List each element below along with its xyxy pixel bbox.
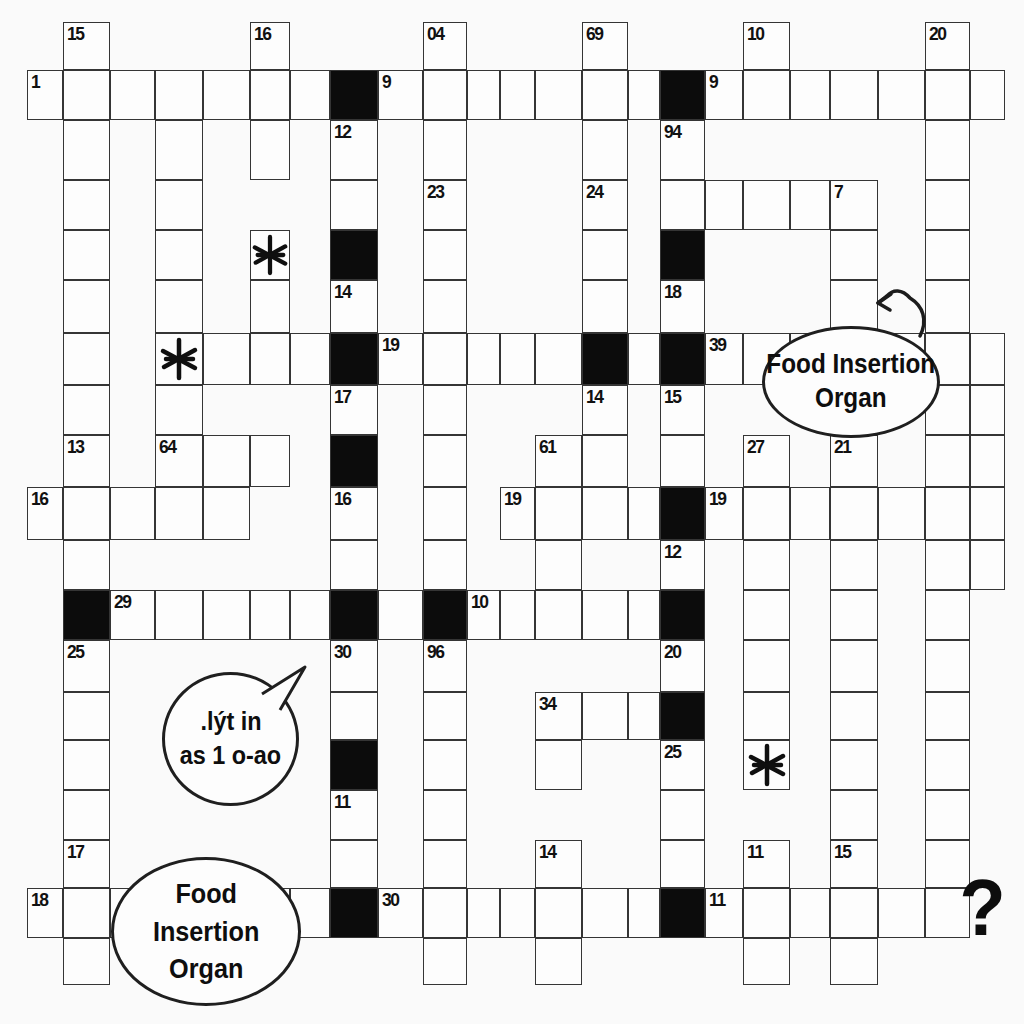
grid-cell[interactable] [743,692,790,740]
grid-cell[interactable] [63,790,110,840]
grid-cell[interactable] [878,70,925,120]
clue-number: 20 [664,641,681,663]
asterisk-doodle-icon [251,231,289,279]
grid-cell[interactable] [290,333,330,385]
bubble-text-line: as 1 o-ao [180,739,281,773]
grid-cell[interactable] [628,333,660,385]
grid-cell[interactable] [582,435,628,487]
grid-cell[interactable] [628,692,660,740]
clue-number: 11 [747,841,763,863]
grid-cell[interactable]: 14 [582,385,628,435]
grid-cell[interactable] [423,938,467,985]
black-cell [330,435,378,487]
grid-cell[interactable] [925,590,970,640]
grid-cell[interactable] [63,540,110,590]
grid-cell[interactable]: 11 [330,790,378,840]
grid-cell[interactable] [878,888,925,938]
grid-cell[interactable]: 04 [423,22,467,70]
clue-number: 16 [31,488,48,510]
grid-cell[interactable] [330,540,378,590]
grid-cell[interactable]: 19 [378,333,423,385]
clue-number: 17 [67,841,84,863]
grid-cell[interactable]: 20 [925,22,970,70]
grid-cell[interactable] [203,590,250,640]
grid-cell[interactable] [582,692,628,740]
clue-number: 17 [334,386,351,408]
grid-cell[interactable] [660,435,705,487]
grid-cell[interactable]: 13 [63,435,110,487]
black-cell [63,590,110,640]
grid-cell[interactable] [582,487,628,540]
grid-cell[interactable] [878,487,925,540]
grid-cell[interactable] [628,888,660,938]
grid-cell[interactable] [925,120,970,180]
asterisk-doodle-icon [156,334,202,384]
black-cell [330,70,378,120]
grid-cell[interactable]: 64 [155,435,203,487]
grid-cell[interactable]: 69 [582,22,628,70]
grid-cell[interactable] [155,385,203,435]
bubble-text-line: Organ [815,382,887,416]
grid-cell[interactable] [830,938,878,985]
clue-number: 04 [427,23,444,45]
grid-cell[interactable] [660,840,705,888]
clue-number: 15 [834,841,851,863]
grid-cell[interactable]: 12 [660,540,705,590]
grid-cell[interactable] [830,790,878,840]
grid-cell[interactable] [925,70,970,120]
grid-cell[interactable] [203,333,250,385]
clue-number: 16 [254,23,271,45]
grid-cell[interactable] [63,70,110,120]
grid-cell[interactable] [500,590,535,640]
grid-cell[interactable]: 39 [705,333,743,385]
grid-cell[interactable] [925,790,970,840]
clue-number: 21 [834,436,851,458]
grid-cell[interactable] [63,740,110,790]
grid-cell[interactable] [582,70,628,120]
grid-cell[interactable] [250,590,290,640]
grid-cell[interactable] [743,487,790,540]
grid-cell[interactable]: 19 [500,487,535,540]
grid-cell[interactable] [423,280,467,333]
clue-number: 30 [382,889,399,911]
clue-number: 24 [586,181,603,203]
grid-cell[interactable] [423,692,467,740]
grid-cell[interactable] [63,333,110,385]
grid-cell[interactable] [830,740,878,790]
grid-cell[interactable] [290,590,330,640]
grid-cell[interactable] [155,120,203,180]
clue-number: 11 [709,889,725,911]
grid-cell[interactable] [423,487,467,540]
grid-cell[interactable] [925,487,970,540]
grid-cell[interactable] [790,70,830,120]
grid-cell[interactable] [203,70,250,120]
grid-cell[interactable] [535,740,582,790]
grid-cell[interactable]: 14 [535,840,582,888]
clue-number: 23 [427,181,444,203]
grid-cell[interactable] [925,180,970,230]
clue-number: 25 [664,741,681,763]
grid-cell[interactable] [790,888,830,938]
grid-cell[interactable] [423,790,467,840]
grid-cell[interactable] [925,540,970,590]
grid-cell[interactable] [743,590,790,640]
clue-number: 25 [67,641,84,663]
ellipse-bubble-food-insertion-organ: Food Insertion Organ [111,857,301,1006]
grid-cell[interactable] [970,435,1005,487]
clue-number: 15 [664,386,681,408]
clue-number: 20 [929,23,946,45]
grid-cell[interactable]: 16 [27,487,63,540]
black-cell [660,333,705,385]
clue-number: 27 [747,436,764,458]
grid-cell[interactable] [63,385,110,435]
grid-cell[interactable] [155,333,203,385]
grid-cell[interactable] [63,888,110,938]
grid-cell[interactable] [628,590,660,640]
grid-cell[interactable]: 7 [830,180,878,230]
question-mark: ? [959,868,1005,948]
clue-number: 9 [709,71,717,93]
grid-cell[interactable] [500,333,535,385]
grid-cell[interactable] [250,230,290,280]
grid-cell[interactable]: 20 [660,640,705,692]
grid-cell[interactable] [660,790,705,840]
clue-number: 7 [834,181,842,203]
grid-cell[interactable]: 14 [330,280,378,333]
grid-cell[interactable] [743,180,790,230]
grid-cell[interactable]: 61 [535,435,582,487]
clue-number: 15 [67,23,84,45]
grid-cell[interactable] [423,120,467,180]
clue-number: 14 [586,386,603,408]
clue-number: 12 [664,541,681,563]
grid-cell[interactable] [925,230,970,280]
clue-number: 29 [114,591,131,613]
grid-cell[interactable] [155,280,203,333]
clue-number: 19 [709,488,726,510]
grid-cell[interactable] [423,70,467,120]
grid-cell[interactable] [830,487,878,540]
grid-cell[interactable]: 1 [27,70,63,120]
grid-cell[interactable]: 34 [535,692,582,740]
clue-number: 1 [31,71,39,93]
grid-cell[interactable] [705,180,743,230]
clue-number: 10 [471,591,488,613]
grid-cell[interactable] [250,333,290,385]
grid-cell[interactable] [63,487,110,540]
grid-cell[interactable]: 15 [830,840,878,888]
grid-cell[interactable] [970,540,1005,590]
grid-cell[interactable]: 15 [63,22,110,70]
grid-cell[interactable] [63,180,110,230]
grid-cell[interactable]: 17 [330,385,378,435]
clue-number: 64 [159,436,176,458]
clue-number: 96 [427,641,444,663]
grid-cell[interactable]: 30 [330,640,378,692]
grid-cell[interactable]: 21 [830,435,878,487]
grid-cell[interactable] [743,640,790,692]
clue-number: 16 [334,488,351,510]
grid-cell[interactable] [830,640,878,692]
clue-number: 34 [539,693,556,715]
grid-cell[interactable]: 94 [660,120,705,180]
black-cell [660,70,705,120]
grid-cell[interactable]: 29 [110,590,155,640]
grid-cell[interactable] [250,70,290,120]
grid-cell[interactable]: 18 [660,280,705,333]
grid-cell[interactable] [582,280,628,333]
grid-cell[interactable] [467,333,500,385]
crossword-puzzle-image: 1516046910201991294232471418193917141513… [0,0,1024,1024]
grid-cell[interactable] [500,888,535,938]
grid-cell[interactable] [830,692,878,740]
asterisk-doodle-icon [744,741,789,789]
grid-cell[interactable]: 24 [582,180,628,230]
clue-number: 14 [539,841,556,863]
grid-cell[interactable] [925,740,970,790]
clue-number: 18 [31,889,48,911]
grid-cell[interactable] [582,120,628,180]
grid-cell[interactable] [535,333,582,385]
grid-cell[interactable] [830,590,878,640]
grid-cell[interactable] [743,540,790,590]
grid-cell[interactable] [830,540,878,590]
grid-cell[interactable] [423,385,467,435]
grid-cell[interactable] [970,70,1005,120]
grid-cell[interactable] [790,180,830,230]
clue-number: 39 [709,334,726,356]
clue-number: 19 [504,488,521,510]
grid-cell[interactable] [63,938,110,985]
grid-cell[interactable] [535,487,582,540]
grid-cell[interactable] [63,692,110,740]
clue-number: 30 [334,641,351,663]
grid-cell[interactable] [535,70,582,120]
grid-cell[interactable]: 17 [63,840,110,888]
grid-cell[interactable]: 18 [27,888,63,938]
grid-cell[interactable] [743,740,790,790]
grid-cell[interactable]: 19 [705,487,743,540]
grid-cell[interactable] [467,70,500,120]
grid-cell[interactable] [155,590,203,640]
grid-cell[interactable] [925,640,970,692]
grid-cell[interactable] [743,888,790,938]
clue-number: 10 [747,23,764,45]
black-cell [660,487,705,540]
grid-cell[interactable] [500,70,535,120]
bubble-text-line: Food [175,875,237,913]
grid-cell[interactable] [925,692,970,740]
clue-number: 61 [539,436,556,458]
black-cell [330,888,378,938]
black-cell [660,590,705,640]
clue-number: 18 [664,281,681,303]
grid-cell[interactable] [250,120,290,180]
grid-cell[interactable] [110,70,155,120]
grid-cell[interactable] [628,70,660,120]
grid-cell[interactable]: 9 [705,70,743,120]
grid-cell[interactable] [203,435,250,487]
grid-cell[interactable] [743,70,790,120]
grid-cell[interactable] [155,180,203,230]
grid-cell[interactable] [970,333,1005,385]
bubble-text-line: Organ [169,950,243,988]
grid-cell[interactable]: 12 [330,120,378,180]
grid-cell[interactable] [63,280,110,333]
grid-cell[interactable]: 96 [423,640,467,692]
grid-cell[interactable] [330,840,378,888]
grid-cell[interactable] [535,540,582,590]
grid-cell[interactable] [535,590,582,640]
grid-cell[interactable]: 9 [378,70,423,120]
grid-cell[interactable]: 11 [743,840,790,888]
grid-cell[interactable] [970,385,1005,435]
grid-cell[interactable] [423,740,467,790]
grid-cell[interactable] [830,230,878,280]
grid-cell[interactable] [330,692,378,740]
grid-cell[interactable] [250,280,290,333]
grid-cell[interactable] [660,180,705,230]
grid-cell[interactable] [970,487,1005,540]
grid-cell[interactable] [830,888,878,938]
clue-number: 13 [67,436,84,458]
grid-cell[interactable] [155,70,203,120]
grid-cell[interactable]: 30 [378,888,423,938]
grid-cell[interactable] [63,120,110,180]
bubble-text-line: Food Insertion [767,348,936,382]
black-cell [660,888,705,938]
black-cell [330,333,378,385]
grid-cell[interactable] [155,487,203,540]
black-cell [660,230,705,280]
grid-cell[interactable]: 25 [63,640,110,692]
clue-number: 19 [382,334,399,356]
arrow-doodle-icon [860,280,940,342]
grid-cell[interactable] [535,938,582,985]
grid-cell[interactable]: 11 [705,888,743,938]
grid-cell[interactable]: 23 [423,180,467,230]
grid-cell[interactable]: 16 [330,487,378,540]
black-cell [423,590,467,640]
black-cell [660,692,705,740]
grid-cell[interactable]: 25 [660,740,705,790]
grid-cell[interactable] [423,888,467,938]
grid-cell[interactable] [790,487,830,540]
grid-cell[interactable] [423,540,467,590]
clue-number: 9 [382,71,390,93]
clue-number: 94 [664,121,681,143]
grid-cell[interactable]: 16 [250,22,290,70]
clue-number: 11 [334,791,350,813]
black-cell [330,230,378,280]
bubble-text-line: Insertion [153,913,259,951]
grid-cell[interactable] [423,333,467,385]
grid-cell[interactable] [155,230,203,280]
clue-number: 12 [334,121,351,143]
grid-cell[interactable]: 27 [743,435,790,487]
grid-cell[interactable] [582,590,628,640]
black-cell [330,590,378,640]
grid-cell[interactable] [423,435,467,487]
speech-bubble-food-insertion-organ: Food Insertion Organ [762,326,940,438]
grid-cell[interactable] [63,230,110,280]
grid-cell[interactable] [743,938,790,985]
grid-cell[interactable]: 10 [467,590,500,640]
grid-cell[interactable] [628,487,660,540]
grid-cell[interactable] [110,487,155,540]
black-cell [582,333,628,385]
clue-number: 69 [586,23,603,45]
grid-cell[interactable] [423,840,467,888]
grid-cell[interactable]: 10 [743,22,790,70]
clue-number: 14 [334,281,351,303]
grid-cell[interactable] [423,230,467,280]
grid-cell[interactable]: 15 [660,385,705,435]
grid-cell[interactable] [535,888,582,938]
black-cell [330,740,378,790]
grid-cell[interactable] [290,70,330,120]
grid-cell[interactable] [250,435,290,487]
grid-cell[interactable] [925,435,970,487]
grid-cell[interactable] [830,70,878,120]
grid-cell[interactable] [378,590,423,640]
grid-cell[interactable] [582,888,628,938]
grid-cell[interactable] [467,888,500,938]
bubble-tail [252,658,314,716]
grid-cell[interactable] [330,180,378,230]
grid-cell[interactable] [582,230,628,280]
grid-cell[interactable] [203,487,250,540]
